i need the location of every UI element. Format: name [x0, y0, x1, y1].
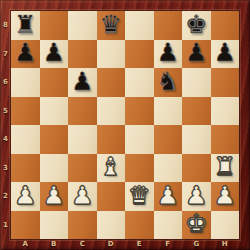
square-h6[interactable]	[211, 68, 240, 97]
square-e5[interactable]	[125, 97, 154, 126]
square-d3[interactable]: ♝	[97, 154, 126, 183]
square-b3[interactable]	[40, 154, 69, 183]
square-e3[interactable]	[125, 154, 154, 183]
file-label-a: A	[11, 239, 40, 250]
rank-label-8: 8	[0, 11, 11, 40]
piece-white-pawn-b2[interactable]: ♟	[43, 183, 65, 208]
square-f5[interactable]	[154, 97, 183, 126]
square-g1[interactable]: ♚	[182, 211, 211, 240]
square-c5[interactable]	[68, 97, 97, 126]
piece-black-pawn-b7[interactable]: ♟	[43, 40, 65, 65]
file-label-d: D	[97, 239, 126, 250]
square-e2[interactable]: ♛	[125, 182, 154, 211]
square-a6[interactable]	[11, 68, 40, 97]
piece-white-pawn-c2[interactable]: ♟	[71, 183, 93, 208]
square-c3[interactable]	[68, 154, 97, 183]
file-label-g: G	[182, 239, 211, 250]
square-f7[interactable]: ♟	[154, 40, 183, 69]
square-h7[interactable]: ♟	[211, 40, 240, 69]
piece-white-pawn-a2[interactable]: ♟	[14, 183, 36, 208]
square-c4[interactable]	[68, 125, 97, 154]
square-b2[interactable]: ♟	[40, 182, 69, 211]
square-a1[interactable]	[11, 211, 40, 240]
square-b1[interactable]	[40, 211, 69, 240]
piece-black-pawn-f7[interactable]: ♟	[157, 40, 179, 65]
piece-white-pawn-g2[interactable]: ♟	[185, 183, 207, 208]
square-f4[interactable]	[154, 125, 183, 154]
square-f6[interactable]: ♞	[154, 68, 183, 97]
piece-black-pawn-c6[interactable]: ♟	[71, 69, 93, 94]
square-g8[interactable]: ♚	[182, 11, 211, 40]
rank-label-1: 1	[0, 211, 11, 240]
square-g7[interactable]: ♟	[182, 40, 211, 69]
square-g2[interactable]: ♟	[182, 182, 211, 211]
piece-black-pawn-a7[interactable]: ♟	[14, 40, 36, 65]
square-c6[interactable]: ♟	[68, 68, 97, 97]
square-f2[interactable]: ♟	[154, 182, 183, 211]
square-a7[interactable]: ♟	[11, 40, 40, 69]
rank-label-7: 7	[0, 40, 11, 69]
rank-label-3: 3	[0, 154, 11, 183]
rank-label-4: 4	[0, 125, 11, 154]
piece-white-pawn-h2[interactable]: ♟	[214, 183, 236, 208]
square-g6[interactable]	[182, 68, 211, 97]
square-h8[interactable]	[211, 11, 240, 40]
square-h1[interactable]	[211, 211, 240, 240]
square-c8[interactable]	[68, 11, 97, 40]
rank-label-2: 2	[0, 182, 11, 211]
piece-white-rook-h3[interactable]: ♜	[214, 154, 236, 179]
square-e8[interactable]	[125, 11, 154, 40]
file-label-b: B	[40, 239, 69, 250]
square-a8[interactable]: ♜	[11, 11, 40, 40]
square-g4[interactable]	[182, 125, 211, 154]
square-e6[interactable]	[125, 68, 154, 97]
square-f1[interactable]	[154, 211, 183, 240]
square-a4[interactable]	[11, 125, 40, 154]
file-label-c: C	[68, 239, 97, 250]
square-a2[interactable]: ♟	[11, 182, 40, 211]
square-d1[interactable]	[97, 211, 126, 240]
piece-black-king-g8[interactable]: ♚	[185, 12, 207, 37]
file-label-h: H	[211, 239, 240, 250]
square-h3[interactable]: ♜	[211, 154, 240, 183]
square-b4[interactable]	[40, 125, 69, 154]
piece-black-pawn-g7[interactable]: ♟	[185, 40, 207, 65]
piece-black-rook-a8[interactable]: ♜	[14, 12, 36, 37]
piece-white-king-g1[interactable]: ♚	[185, 211, 207, 236]
file-label-e: E	[125, 239, 154, 250]
rank-label-5: 5	[0, 97, 11, 126]
piece-white-queen-e2[interactable]: ♛	[128, 183, 150, 208]
square-c2[interactable]: ♟	[68, 182, 97, 211]
square-e4[interactable]	[125, 125, 154, 154]
square-g5[interactable]	[182, 97, 211, 126]
square-e7[interactable]	[125, 40, 154, 69]
square-d7[interactable]	[97, 40, 126, 69]
square-d4[interactable]	[97, 125, 126, 154]
rank-label-6: 6	[0, 68, 11, 97]
square-f3[interactable]	[154, 154, 183, 183]
square-a3[interactable]	[11, 154, 40, 183]
square-d6[interactable]	[97, 68, 126, 97]
square-e1[interactable]	[125, 211, 154, 240]
square-d8[interactable]: ♛	[97, 11, 126, 40]
square-d2[interactable]	[97, 182, 126, 211]
chess-app: 87654321ABCDEFGH ♜♛♚♟♟♟♟♟♟♞♝♜♟♟♟♛♟♟♟♚	[0, 0, 250, 250]
square-b7[interactable]: ♟	[40, 40, 69, 69]
piece-white-bishop-d3[interactable]: ♝	[100, 154, 122, 179]
square-f8[interactable]	[154, 11, 183, 40]
square-b6[interactable]	[40, 68, 69, 97]
piece-black-pawn-h7[interactable]: ♟	[214, 40, 236, 65]
piece-black-knight-f6[interactable]: ♞	[157, 69, 179, 94]
square-d5[interactable]	[97, 97, 126, 126]
square-h2[interactable]: ♟	[211, 182, 240, 211]
square-b5[interactable]	[40, 97, 69, 126]
file-label-f: F	[154, 239, 183, 250]
piece-white-pawn-f2[interactable]: ♟	[157, 183, 179, 208]
square-c1[interactable]	[68, 211, 97, 240]
piece-black-queen-d8[interactable]: ♛	[100, 12, 122, 37]
chessboard: ♜♛♚♟♟♟♟♟♟♞♝♜♟♟♟♛♟♟♟♚	[11, 11, 239, 239]
square-h5[interactable]	[211, 97, 240, 126]
square-a5[interactable]	[11, 97, 40, 126]
square-b8[interactable]	[40, 11, 69, 40]
square-h4[interactable]	[211, 125, 240, 154]
square-c7[interactable]	[68, 40, 97, 69]
square-g3[interactable]	[182, 154, 211, 183]
